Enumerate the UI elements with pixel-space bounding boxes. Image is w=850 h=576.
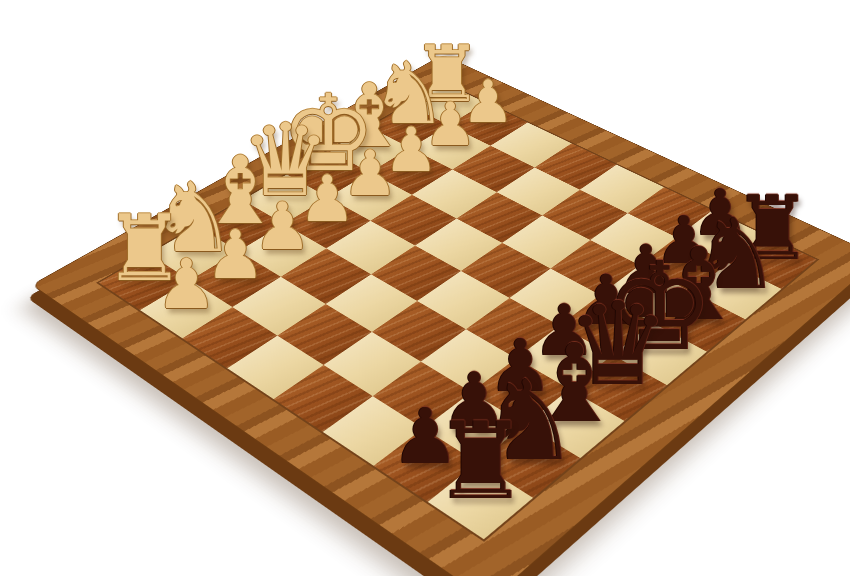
black-rook[interactable]: ♜ <box>433 409 528 515</box>
product-photo-scene: ♜♞♝♛♚♝♞♜♟♟♟♟♟♟♟♟♟♟♟♟♟♟♟♟♜♞♝♛♚♝♞♜ <box>0 0 850 576</box>
white-pawn[interactable]: ♟ <box>155 250 217 319</box>
